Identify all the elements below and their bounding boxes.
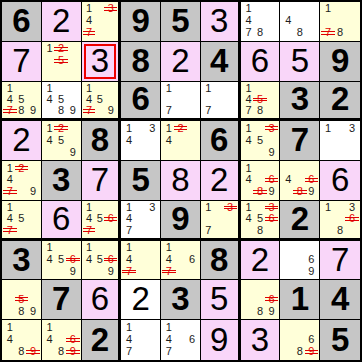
struck-candidate-5: 5 (55, 55, 67, 67)
cell-r7c9[interactable]: 7 (320, 241, 360, 281)
pencil-marks: 589 (4, 281, 39, 317)
cell-r1c3[interactable]: 1347 (82, 2, 122, 42)
cell-r7c2[interactable]: 14569 (42, 241, 82, 281)
cell-r6c2[interactable]: 6 (42, 201, 82, 241)
pencil-marks: 14569 (84, 242, 117, 278)
cell-r3c7[interactable]: 14578 (241, 82, 281, 122)
solved-digit: 6 (91, 282, 109, 315)
given-digit: 3 (291, 82, 309, 115)
cell-r6c8[interactable]: 2 (280, 201, 320, 241)
cell-r4c4[interactable]: 134 (121, 121, 161, 161)
candidate-8: 8 (55, 105, 67, 116)
cell-r9c8[interactable]: 689 (280, 320, 320, 360)
given-digit: 5 (132, 163, 150, 196)
given-digit: 8 (132, 44, 150, 77)
pencil-marks: 125 (44, 43, 79, 79)
struck-candidate-7: 7 (84, 27, 95, 39)
solved-digit: 2 (52, 4, 70, 37)
given-digit: 9 (171, 202, 189, 235)
candidate-8: 8 (254, 27, 266, 39)
candidate-6: 6 (186, 333, 198, 345)
cell-r2c8[interactable]: 5 (280, 42, 320, 82)
given-digit: 4 (331, 282, 349, 315)
candidate-1: 1 (44, 242, 56, 254)
candidate-4: 4 (123, 333, 135, 345)
solved-digit: 3 (91, 44, 109, 77)
given-digit: 2 (331, 82, 349, 115)
solved-digit: 2 (132, 282, 150, 315)
pencil-marks: 14578 (243, 83, 278, 117)
candidate-3: 3 (147, 202, 159, 213)
cell-r4c2[interactable]: 12459 (42, 121, 82, 161)
candidate-8: 8 (294, 27, 306, 39)
candidate-8: 8 (254, 224, 266, 235)
pencil-marks: 1347 (123, 202, 158, 236)
candidate-4: 4 (282, 174, 294, 186)
candidate-3: 3 (147, 122, 159, 134)
candidate-4: 4 (84, 254, 95, 266)
candidate-5: 5 (16, 213, 28, 224)
cell-r7c4[interactable]: 147 (121, 241, 161, 281)
cell-r3c3[interactable]: 14579 (82, 82, 122, 122)
given-digit: 5 (331, 323, 349, 356)
candidate-1: 1 (203, 202, 214, 213)
struck-candidate-7: 7 (4, 186, 16, 198)
candidate-5: 5 (55, 134, 67, 146)
pencil-marks: 1489 (4, 321, 39, 358)
candidate-1: 1 (163, 321, 175, 333)
cell-r8c4[interactable]: 2 (121, 280, 161, 320)
candidate-5: 5 (94, 94, 105, 105)
cell-r2c7[interactable]: 6 (241, 42, 281, 82)
struck-candidate-3: 3 (225, 202, 236, 213)
cell-r2c5[interactable]: 2 (161, 42, 201, 82)
candidate-4: 4 (44, 254, 56, 266)
candidate-8: 8 (16, 305, 28, 317)
candidate-8: 8 (334, 224, 346, 235)
candidate-8: 8 (254, 305, 266, 317)
cell-r6c1[interactable]: 1457 (2, 201, 42, 241)
given-digit: 6 (210, 123, 228, 156)
cell-r5c6[interactable]: 2 (201, 161, 241, 201)
cell-r3c4[interactable]: 6 (121, 82, 161, 122)
solved-digit: 2 (12, 123, 30, 156)
pencil-marks: 14579 (84, 83, 117, 117)
struck-candidate-2: 2 (16, 162, 28, 174)
cell-r9c9[interactable]: 5 (320, 320, 360, 360)
cell-r9c3[interactable]: 2 (82, 320, 122, 360)
pencil-marks: 1478 (243, 3, 278, 39)
candidate-7: 7 (163, 346, 175, 358)
cell-r8c3[interactable]: 6 (82, 280, 122, 320)
given-digit: 6 (12, 4, 30, 37)
pencil-marks: 14567 (84, 202, 117, 236)
given-digit: 1 (291, 282, 309, 315)
candidate-8: 8 (16, 105, 28, 116)
candidate-1: 1 (322, 3, 334, 15)
cell-r7c7[interactable]: 2 (241, 241, 281, 281)
struck-candidate-6: 6 (306, 174, 318, 186)
struck-candidate-2: 2 (55, 43, 67, 55)
cell-r1c1[interactable]: 6 (2, 2, 42, 42)
struck-candidate-3: 3 (105, 3, 116, 15)
given-digit: 2 (91, 323, 109, 356)
candidate-4: 4 (243, 174, 255, 186)
pencil-marks: 4689 (282, 162, 317, 198)
candidate-9: 9 (27, 105, 39, 116)
candidate-9: 9 (266, 186, 278, 198)
cell-r5c1[interactable]: 12479 (2, 161, 42, 201)
pencil-marks: 1347 (84, 3, 117, 39)
candidate-4: 4 (84, 213, 95, 224)
candidate-5: 5 (254, 134, 266, 146)
candidate-4: 4 (163, 254, 175, 266)
pencil-marks: 13 (322, 122, 358, 158)
cell-r3c1[interactable]: 145789 (2, 82, 42, 122)
pencil-marks: 1467 (163, 242, 198, 278)
pencil-marks: 137 (203, 202, 236, 236)
cell-r5c4[interactable]: 5 (121, 161, 161, 201)
candidate-4: 4 (243, 213, 255, 224)
struck-candidate-2: 2 (175, 122, 187, 134)
pencil-marks: 17 (203, 83, 236, 117)
cell-r8c6[interactable]: 5 (201, 280, 241, 320)
candidate-7: 7 (163, 105, 175, 116)
candidate-9: 9 (105, 266, 116, 278)
candidate-1: 1 (84, 3, 95, 15)
solved-digit: 7 (91, 163, 109, 196)
struck-candidate-6: 6 (266, 293, 278, 305)
cell-r1c5[interactable]: 5 (161, 2, 201, 42)
cell-r5c9[interactable]: 6 (320, 161, 360, 201)
candidate-4: 4 (44, 134, 56, 146)
cell-r1c7[interactable]: 1478 (241, 2, 281, 42)
struck-candidate-2: 2 (55, 122, 67, 134)
pencil-marks: 1368 (322, 202, 358, 236)
struck-candidate-6: 6 (105, 254, 116, 266)
cell-r5c3[interactable]: 7 (82, 161, 122, 201)
cell-r9c6[interactable]: 9 (201, 320, 241, 360)
candidate-1: 1 (243, 122, 255, 134)
cell-r2c3[interactable]: 3 (82, 42, 122, 82)
cell-r7c1[interactable]: 3 (2, 241, 42, 281)
candidate-9: 9 (67, 105, 79, 116)
struck-candidate-6: 6 (266, 213, 278, 224)
candidate-4: 4 (123, 254, 135, 266)
cell-r3c8[interactable]: 3 (280, 82, 320, 122)
pencil-marks: 1467 (163, 321, 198, 358)
candidate-4: 4 (123, 213, 135, 224)
struck-candidate-9: 9 (27, 346, 39, 358)
given-digit: 9 (331, 44, 349, 77)
struck-candidate-7: 7 (4, 105, 16, 116)
pencil-marks: 48 (282, 3, 317, 39)
candidate-7: 7 (243, 27, 255, 39)
candidate-9: 9 (27, 186, 39, 198)
candidate-7: 7 (123, 346, 135, 358)
candidate-1: 1 (163, 242, 175, 254)
candidate-1: 1 (44, 321, 56, 333)
struck-candidate-7: 7 (163, 266, 175, 278)
solved-digit: 2 (171, 44, 189, 77)
given-digit: 8 (91, 123, 109, 156)
cell-r6c3[interactable]: 14567 (82, 201, 122, 241)
struck-candidate-9: 9 (306, 346, 318, 358)
cell-r6c9[interactable]: 1368 (320, 201, 360, 241)
cell-r7c8[interactable]: 69 (280, 241, 320, 281)
given-digit: 6 (132, 82, 150, 115)
struck-candidate-7: 7 (123, 266, 135, 278)
cell-r4c7[interactable]: 13459 (241, 121, 281, 161)
pencil-marks: 124 (163, 122, 198, 158)
cell-r4c8[interactable]: 7 (280, 121, 320, 161)
cell-r3c5[interactable]: 17 (161, 82, 201, 122)
pencil-marks: 1457 (4, 202, 39, 236)
candidate-9: 9 (67, 266, 79, 278)
candidate-4: 4 (163, 333, 175, 345)
pencil-marks: 178 (322, 3, 358, 39)
cell-r4c9[interactable]: 13 (320, 121, 360, 161)
cell-r5c8[interactable]: 4689 (280, 161, 320, 201)
candidate-7: 7 (203, 224, 214, 235)
candidate-8: 8 (254, 105, 266, 116)
given-digit: 3 (12, 243, 30, 276)
candidate-1: 1 (243, 3, 255, 15)
solved-digit: 2 (251, 243, 269, 276)
solved-digit: 7 (331, 243, 349, 276)
cell-r5c5[interactable]: 8 (161, 161, 201, 201)
candidate-6: 6 (306, 333, 318, 345)
pencil-marks: 14589 (44, 83, 79, 117)
pencil-marks: 147 (123, 242, 158, 278)
solved-digit: 9 (210, 323, 228, 356)
candidate-4: 4 (4, 333, 16, 345)
struck-candidate-7: 7 (84, 105, 95, 116)
solved-digit: 5 (291, 44, 309, 77)
pencil-marks: 689 (243, 281, 278, 317)
cell-r5c7[interactable]: 14689 (241, 161, 281, 201)
candidate-9: 9 (306, 186, 318, 198)
candidate-9: 9 (266, 146, 278, 158)
candidate-1: 1 (123, 242, 135, 254)
struck-candidate-6: 6 (67, 333, 79, 345)
pencil-marks: 134568 (243, 202, 278, 236)
cell-r9c1[interactable]: 1489 (2, 320, 42, 360)
struck-candidate-8: 8 (254, 186, 266, 198)
cell-r1c2[interactable]: 2 (42, 2, 82, 42)
cell-r8c5[interactable]: 3 (161, 280, 201, 320)
candidate-7: 7 (123, 224, 135, 235)
solved-digit: 2 (210, 163, 228, 196)
given-digit: 5 (171, 4, 189, 37)
cell-r9c4[interactable]: 147 (121, 320, 161, 360)
cell-r4c6[interactable]: 6 (201, 121, 241, 161)
solved-digit: 7 (12, 44, 30, 77)
candidate-7: 7 (243, 105, 255, 116)
cell-r6c4[interactable]: 1347 (121, 201, 161, 241)
struck-candidate-8: 8 (294, 186, 306, 198)
candidate-1: 1 (203, 83, 214, 94)
struck-candidate-5: 5 (16, 293, 28, 305)
pencil-marks: 134 (123, 122, 158, 158)
struck-candidate-6: 6 (67, 254, 79, 266)
solved-digit: 8 (171, 163, 189, 196)
candidate-1: 1 (123, 122, 135, 134)
candidate-4: 4 (84, 15, 95, 27)
candidate-9: 9 (266, 305, 278, 317)
candidate-7: 7 (203, 105, 214, 116)
candidate-8: 8 (334, 27, 346, 39)
cell-r8c7[interactable]: 689 (241, 280, 281, 320)
candidate-9: 9 (105, 105, 116, 116)
given-digit: 8 (210, 243, 228, 276)
solved-digit: 5 (210, 282, 228, 315)
struck-candidate-6: 6 (346, 213, 358, 224)
cell-r2c9[interactable]: 9 (320, 42, 360, 82)
pencil-marks: 17 (163, 83, 198, 117)
cell-r4c3[interactable]: 8 (82, 121, 122, 161)
cell-r1c6[interactable]: 3 (201, 2, 241, 42)
candidate-4: 4 (123, 134, 135, 146)
pencil-marks: 14569 (44, 242, 79, 278)
cell-r6c6[interactable]: 137 (201, 201, 241, 241)
cell-r5c2[interactable]: 3 (42, 161, 82, 201)
cell-r2c4[interactable]: 8 (121, 42, 161, 82)
cell-r6c7[interactable]: 134568 (241, 201, 281, 241)
solved-digit: 6 (52, 202, 70, 235)
given-digit: 7 (291, 123, 309, 156)
cell-r1c4[interactable]: 9 (121, 2, 161, 42)
candidate-1: 1 (243, 162, 255, 174)
cell-r2c1[interactable]: 7 (2, 42, 42, 82)
struck-candidate-7: 7 (4, 224, 16, 235)
given-digit: 3 (52, 163, 70, 196)
struck-candidate-3: 3 (266, 122, 278, 134)
struck-candidate-9: 9 (67, 346, 79, 358)
given-digit: 3 (171, 282, 189, 315)
pencil-marks: 689 (282, 321, 317, 358)
cell-r8c1[interactable]: 589 (2, 280, 42, 320)
cell-r8c8[interactable]: 1 (280, 280, 320, 320)
candidate-4: 4 (243, 15, 255, 27)
cell-r1c9[interactable]: 178 (320, 2, 360, 42)
cell-r9c2[interactable]: 14689 (42, 320, 82, 360)
candidate-4: 4 (243, 134, 255, 146)
candidate-1: 1 (123, 321, 135, 333)
solved-digit: 3 (251, 323, 269, 356)
candidate-1: 1 (322, 202, 334, 213)
cell-r9c5[interactable]: 1467 (161, 320, 201, 360)
candidate-9: 9 (27, 305, 39, 317)
struck-candidate-7: 7 (322, 27, 334, 39)
pencil-marks: 14689 (243, 162, 278, 198)
cell-r2c2[interactable]: 125 (42, 42, 82, 82)
cell-r8c2[interactable]: 7 (42, 280, 82, 320)
cell-r4c1[interactable]: 2 (2, 121, 42, 161)
pencil-marks: 14689 (44, 321, 79, 358)
solved-digit: 3 (210, 4, 228, 37)
candidate-1: 1 (84, 242, 95, 254)
cell-r9c7[interactable]: 3 (241, 320, 281, 360)
candidate-9: 9 (306, 266, 318, 278)
cell-r2c6[interactable]: 4 (201, 42, 241, 82)
candidate-9: 9 (67, 146, 79, 158)
candidate-4: 4 (4, 174, 16, 186)
solved-digit: 6 (251, 44, 269, 77)
pencil-marks: 12479 (4, 162, 39, 198)
pencil-marks: 12459 (44, 122, 79, 158)
given-digit: 7 (52, 282, 70, 315)
cell-r1c8[interactable]: 48 (280, 2, 320, 42)
candidate-4: 4 (44, 333, 56, 345)
given-digit: 4 (210, 44, 228, 77)
given-digit: 2 (291, 202, 309, 235)
candidate-1: 1 (163, 83, 175, 94)
given-digit: 9 (132, 4, 150, 37)
cell-r3c6[interactable]: 17 (201, 82, 241, 122)
candidate-1: 1 (322, 122, 334, 134)
candidate-6: 6 (306, 254, 318, 266)
solved-digit: 6 (331, 163, 349, 196)
pencil-marks: 69 (282, 242, 317, 278)
candidate-1: 1 (4, 321, 16, 333)
struck-candidate-7: 7 (84, 224, 95, 235)
candidate-3: 3 (346, 122, 358, 134)
candidate-4: 4 (44, 94, 56, 105)
candidate-4: 4 (4, 213, 16, 224)
candidate-4: 4 (282, 15, 294, 27)
cell-r3c9[interactable]: 2 (320, 82, 360, 122)
pencil-marks: 145789 (4, 83, 39, 117)
pencil-marks: 13459 (243, 122, 278, 158)
sudoku-board: 6213479531478481787125382465914578914589… (0, 0, 362, 362)
cell-r8c9[interactable]: 4 (320, 280, 360, 320)
pencil-marks: 147 (123, 321, 158, 358)
candidate-6: 6 (186, 254, 198, 266)
cell-r7c6[interactable]: 8 (201, 241, 241, 281)
struck-candidate-6: 6 (105, 213, 116, 224)
cell-r7c5[interactable]: 1467 (161, 241, 201, 281)
cell-r4c5[interactable]: 124 (161, 121, 201, 161)
candidate-4: 4 (163, 134, 175, 146)
struck-candidate-6: 6 (266, 174, 278, 186)
cell-r6c5[interactable]: 9 (161, 201, 201, 241)
cell-r7c3[interactable]: 14569 (82, 241, 122, 281)
cell-r3c2[interactable]: 14589 (42, 82, 82, 122)
